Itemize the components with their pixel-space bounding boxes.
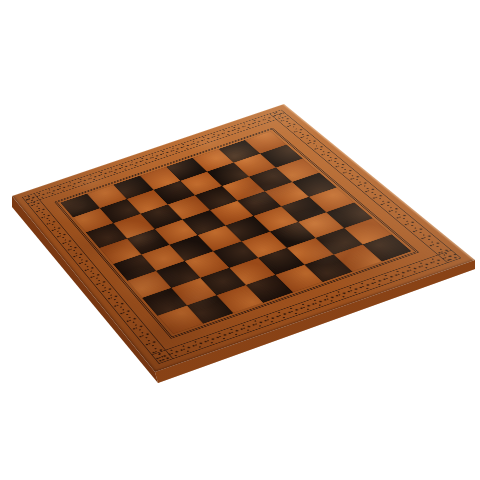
chessboard (12, 104, 475, 372)
chessboard-product-photo (0, 0, 480, 480)
